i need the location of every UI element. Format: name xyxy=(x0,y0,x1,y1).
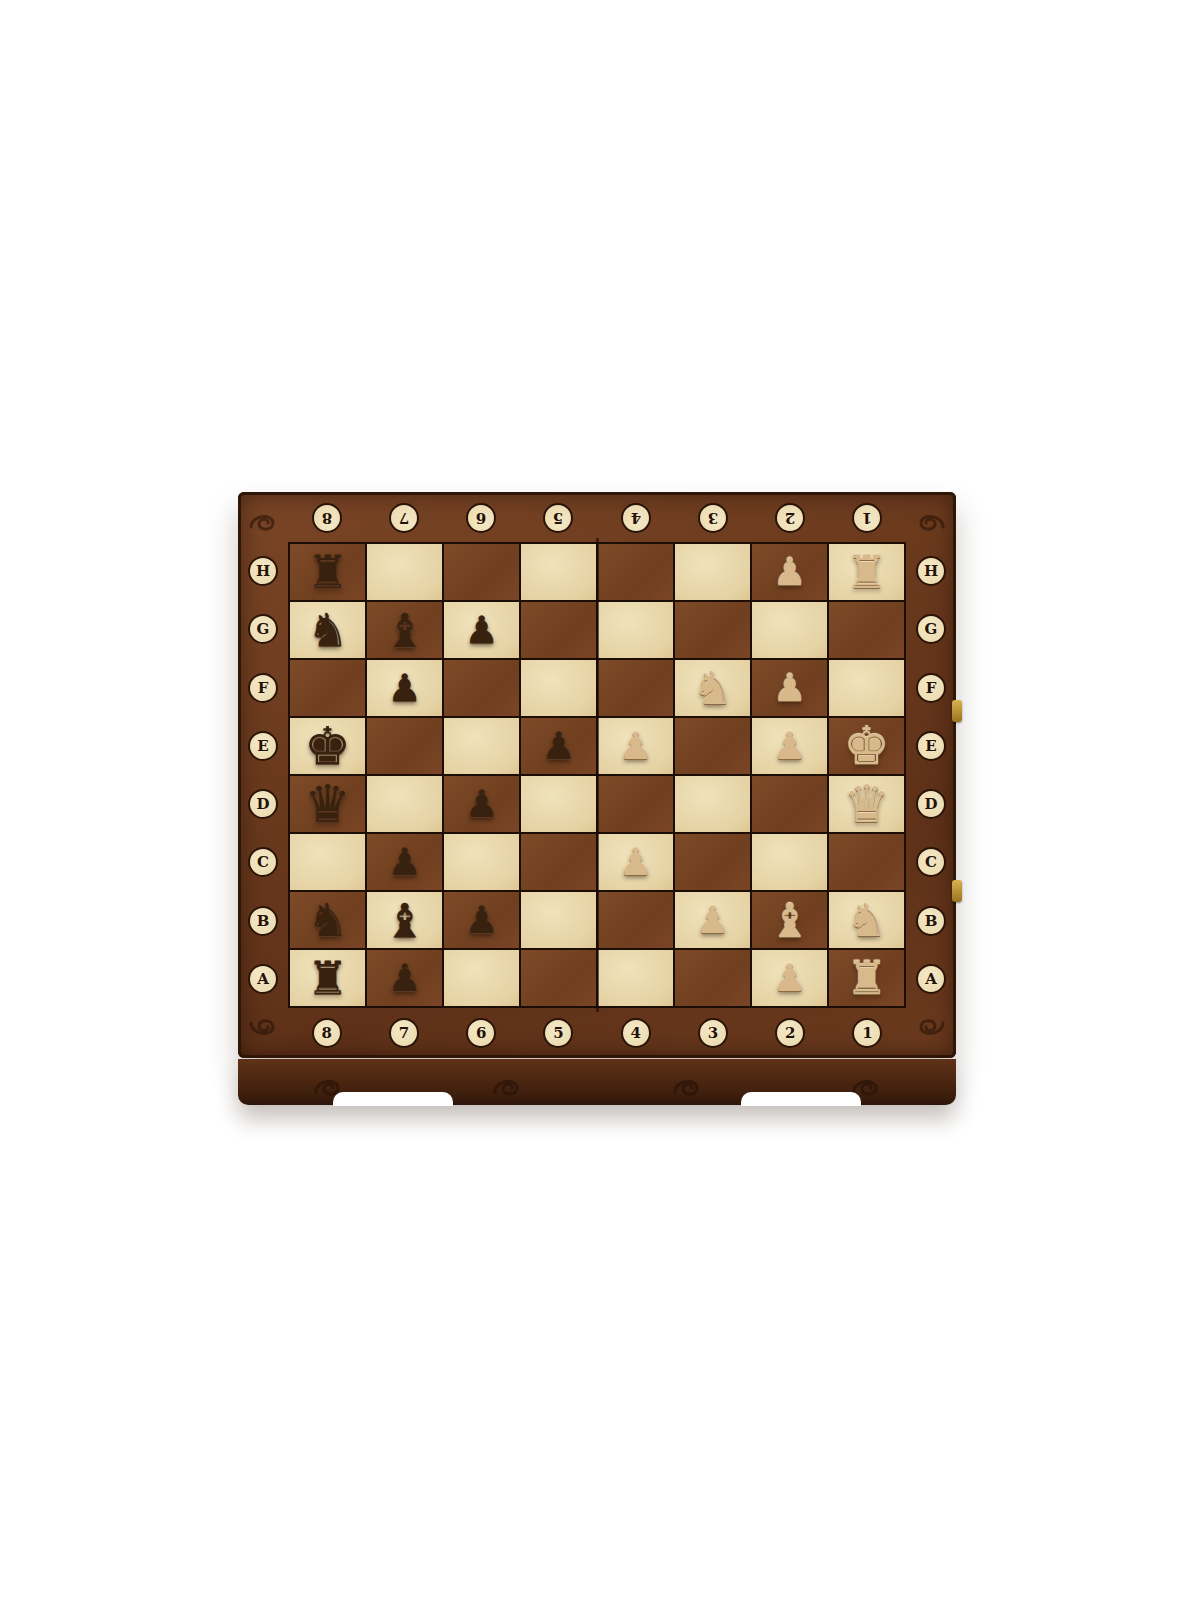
square-a4 xyxy=(598,950,673,1006)
page-background: 87654321 87654321 HGFEDCBA HGFEDCBA ♜♟♜♞… xyxy=(0,0,1200,1600)
square-e4: ♟ xyxy=(598,718,673,774)
white-queen-d1: ♛ xyxy=(829,776,904,832)
square-a3 xyxy=(675,950,750,1006)
square-d8: ♛ xyxy=(290,776,365,832)
coordinate-medallion: B xyxy=(248,906,278,936)
white-bishop-b2: ♝ xyxy=(752,892,827,948)
white-pawn-b3: ♟ xyxy=(675,892,750,948)
black-bishop-b7: ♝ xyxy=(367,892,442,948)
square-b1: ♞ xyxy=(829,892,904,948)
coordinate-medallion: 5 xyxy=(543,1018,573,1048)
square-b3: ♟ xyxy=(675,892,750,948)
coordinate-medallion: A xyxy=(248,964,278,994)
square-d5 xyxy=(521,776,596,832)
white-pawn-h2: ♟ xyxy=(752,544,827,600)
square-b8: ♞ xyxy=(290,892,365,948)
black-bishop-g7: ♝ xyxy=(367,602,442,658)
rank-labels-near-edge: 87654321 xyxy=(288,1016,906,1050)
coordinate-medallion: 1 xyxy=(852,1018,882,1048)
square-h6 xyxy=(444,544,519,600)
square-h8: ♜ xyxy=(290,544,365,600)
black-knight-g8: ♞ xyxy=(290,602,365,658)
coordinate-medallion: D xyxy=(916,789,946,819)
square-f2: ♟ xyxy=(752,660,827,716)
coordinate-medallion: G xyxy=(916,614,946,644)
square-e7 xyxy=(367,718,442,774)
board-fold-seam xyxy=(596,538,599,1012)
coordinate-medallion: 7 xyxy=(389,503,419,533)
square-d6: ♟ xyxy=(444,776,519,832)
black-pawn-a7: ♟ xyxy=(367,950,442,1006)
square-g5 xyxy=(521,602,596,658)
coordinate-medallion: 6 xyxy=(466,503,496,533)
square-d7 xyxy=(367,776,442,832)
square-c2 xyxy=(752,834,827,890)
square-b7: ♝ xyxy=(367,892,442,948)
square-c4: ♟ xyxy=(598,834,673,890)
file-labels-left-edge: HGFEDCBA xyxy=(246,542,280,1008)
coordinate-medallion: C xyxy=(248,847,278,877)
square-d4 xyxy=(598,776,673,832)
carved-spiral-ornament xyxy=(911,1013,951,1053)
square-e3 xyxy=(675,718,750,774)
square-d1: ♛ xyxy=(829,776,904,832)
square-d2 xyxy=(752,776,827,832)
coordinate-medallion: 6 xyxy=(466,1018,496,1048)
black-pawn-d6: ♟ xyxy=(444,776,519,832)
white-knight-b1: ♞ xyxy=(829,892,904,948)
square-e8: ♚ xyxy=(290,718,365,774)
brass-clasp xyxy=(952,700,962,722)
black-pawn-g6: ♟ xyxy=(444,602,519,658)
square-h5 xyxy=(521,544,596,600)
square-b5 xyxy=(521,892,596,948)
square-f8 xyxy=(290,660,365,716)
black-knight-b8: ♞ xyxy=(290,892,365,948)
square-h3 xyxy=(675,544,750,600)
chess-set: 87654321 87654321 HGFEDCBA HGFEDCBA ♜♟♜♞… xyxy=(238,492,956,1105)
black-pawn-f7: ♟ xyxy=(367,660,442,716)
square-c6 xyxy=(444,834,519,890)
coordinate-medallion: 8 xyxy=(312,1018,342,1048)
square-b4 xyxy=(598,892,673,948)
coordinate-medallion: 4 xyxy=(621,503,651,533)
brass-clasp xyxy=(952,880,962,902)
square-h2: ♟ xyxy=(752,544,827,600)
black-pawn-e5: ♟ xyxy=(521,718,596,774)
white-pawn-c4: ♟ xyxy=(598,834,673,890)
square-e5: ♟ xyxy=(521,718,596,774)
coordinate-medallion: F xyxy=(916,673,946,703)
white-knight-f3: ♞ xyxy=(675,660,750,716)
box-front-side xyxy=(238,1059,956,1105)
square-f3: ♞ xyxy=(675,660,750,716)
square-a8: ♜ xyxy=(290,950,365,1006)
coordinate-medallion: 2 xyxy=(775,503,805,533)
coordinate-medallion: C xyxy=(916,847,946,877)
square-f1 xyxy=(829,660,904,716)
square-a6 xyxy=(444,950,519,1006)
carved-spiral-ornament xyxy=(243,1013,283,1053)
coordinate-medallion: B xyxy=(916,906,946,936)
square-g1 xyxy=(829,602,904,658)
white-rook-h1: ♜ xyxy=(829,544,904,600)
coordinate-medallion: 3 xyxy=(698,1018,728,1048)
square-h4 xyxy=(598,544,673,600)
rank-labels-far-edge: 87654321 xyxy=(288,502,906,534)
coordinate-medallion: 1 xyxy=(852,503,882,533)
square-c8 xyxy=(290,834,365,890)
square-f4 xyxy=(598,660,673,716)
coordinate-medallion: 8 xyxy=(312,503,342,533)
white-pawn-e2: ♟ xyxy=(752,718,827,774)
square-c5 xyxy=(521,834,596,890)
coordinate-medallion: 7 xyxy=(389,1018,419,1048)
square-c1 xyxy=(829,834,904,890)
square-f7: ♟ xyxy=(367,660,442,716)
square-b6: ♟ xyxy=(444,892,519,948)
square-g2 xyxy=(752,602,827,658)
white-king-e1: ♚ xyxy=(829,718,904,774)
coordinate-medallion: H xyxy=(916,556,946,586)
square-h1: ♜ xyxy=(829,544,904,600)
coordinate-medallion: D xyxy=(248,789,278,819)
black-pawn-b6: ♟ xyxy=(444,892,519,948)
coordinate-medallion: E xyxy=(248,731,278,761)
black-rook-a8: ♜ xyxy=(290,950,365,1006)
square-c7: ♟ xyxy=(367,834,442,890)
coordinate-medallion: A xyxy=(916,964,946,994)
square-g7: ♝ xyxy=(367,602,442,658)
square-f5 xyxy=(521,660,596,716)
square-c3 xyxy=(675,834,750,890)
square-a7: ♟ xyxy=(367,950,442,1006)
coordinate-medallion: 5 xyxy=(543,503,573,533)
white-pawn-a2: ♟ xyxy=(752,950,827,1006)
square-f6 xyxy=(444,660,519,716)
coordinate-medallion: 4 xyxy=(621,1018,651,1048)
coordinate-medallion: 3 xyxy=(698,503,728,533)
black-queen-d8: ♛ xyxy=(290,776,365,832)
square-g4 xyxy=(598,602,673,658)
square-e6 xyxy=(444,718,519,774)
black-pawn-c7: ♟ xyxy=(367,834,442,890)
square-a1: ♜ xyxy=(829,950,904,1006)
black-rook-h8: ♜ xyxy=(290,544,365,600)
white-pawn-e4: ♟ xyxy=(598,718,673,774)
file-labels-right-edge: HGFEDCBA xyxy=(914,542,948,1008)
square-a2: ♟ xyxy=(752,950,827,1006)
coordinate-medallion: F xyxy=(248,673,278,703)
square-e2: ♟ xyxy=(752,718,827,774)
box-foot-notch xyxy=(741,1092,861,1106)
coordinate-medallion: 2 xyxy=(775,1018,805,1048)
square-a5 xyxy=(521,950,596,1006)
white-rook-a1: ♜ xyxy=(829,950,904,1006)
coordinate-medallion: H xyxy=(248,556,278,586)
square-b2: ♝ xyxy=(752,892,827,948)
carved-spiral-ornament xyxy=(911,497,951,537)
square-g8: ♞ xyxy=(290,602,365,658)
coordinate-medallion: E xyxy=(916,731,946,761)
black-king-e8: ♚ xyxy=(290,718,365,774)
square-g3 xyxy=(675,602,750,658)
square-d3 xyxy=(675,776,750,832)
coordinate-medallion: G xyxy=(248,614,278,644)
board-frame: 87654321 87654321 HGFEDCBA HGFEDCBA ♜♟♜♞… xyxy=(238,492,956,1058)
square-g6: ♟ xyxy=(444,602,519,658)
box-foot-notch xyxy=(333,1092,453,1106)
carved-spiral-ornament xyxy=(243,497,283,537)
white-pawn-f2: ♟ xyxy=(752,660,827,716)
square-e1: ♚ xyxy=(829,718,904,774)
square-h7 xyxy=(367,544,442,600)
